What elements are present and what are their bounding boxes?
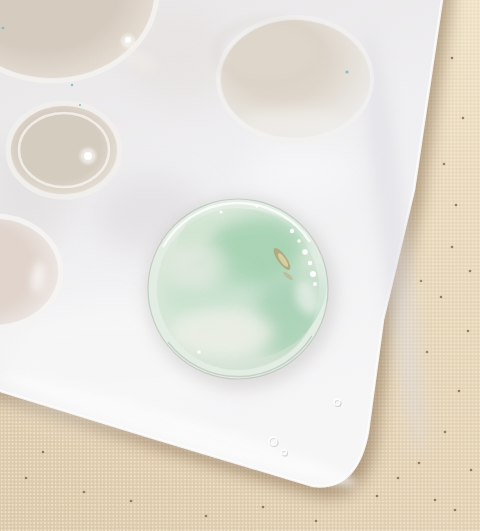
photo-silicone-mold [0, 0, 480, 531]
resin-rim-specular [310, 271, 316, 277]
cavity-mid-left-highlight [84, 152, 92, 160]
fabric-speck [444, 431, 447, 434]
fabric-speck [83, 491, 86, 494]
fabric-speck [262, 506, 265, 509]
resin-rim-specular [220, 211, 223, 214]
cavity-top-left-highlight [125, 37, 131, 43]
resin-rim-specular [302, 249, 308, 255]
fabric-speck [454, 509, 457, 512]
fabric-speck [451, 246, 454, 249]
fabric-speck [451, 57, 454, 60]
fabric-speck [205, 515, 208, 518]
resin-rim-specular [313, 282, 317, 286]
fabric-speck [418, 462, 421, 465]
fabric-speck [315, 520, 318, 523]
resin-rim-specular [297, 239, 301, 243]
fabric-speck [469, 270, 472, 273]
fabric-speck [376, 495, 379, 498]
fabric-speck [455, 204, 458, 207]
fabric-speck [434, 499, 437, 502]
fabric-speck [458, 390, 461, 393]
surface-glow-above-resin [245, 142, 355, 202]
fabric-speck [420, 280, 423, 283]
cavity-mid-left [11, 106, 117, 194]
resin-rim-specular [255, 204, 259, 208]
resin-milky-patch-bottom [170, 308, 274, 356]
resin-rim-specular [308, 261, 312, 265]
fabric-speck [462, 117, 465, 120]
fabric-speck [426, 351, 429, 354]
resin-milky-patch-left [166, 238, 226, 290]
pigment-speck [71, 84, 73, 86]
fabric-speck [397, 477, 400, 480]
fabric-speck [443, 163, 446, 166]
water-droplet [282, 450, 287, 455]
cavity-top-right-inner-glow [241, 110, 345, 134]
pigment-speck [345, 70, 348, 73]
fabric-speck [25, 477, 28, 480]
pigment-speck [2, 27, 5, 30]
mold-scene [0, 0, 480, 531]
resin-rim-specular [290, 229, 294, 233]
water-droplet [334, 399, 340, 405]
fabric-speck [440, 296, 443, 299]
resin-rim-specular [197, 350, 201, 354]
fabric-speck [467, 330, 470, 333]
fabric-speck [130, 500, 133, 503]
fabric-speck [470, 469, 473, 472]
pigment-speck [79, 104, 81, 106]
water-droplet [269, 437, 277, 445]
fabric-speck [42, 451, 45, 454]
